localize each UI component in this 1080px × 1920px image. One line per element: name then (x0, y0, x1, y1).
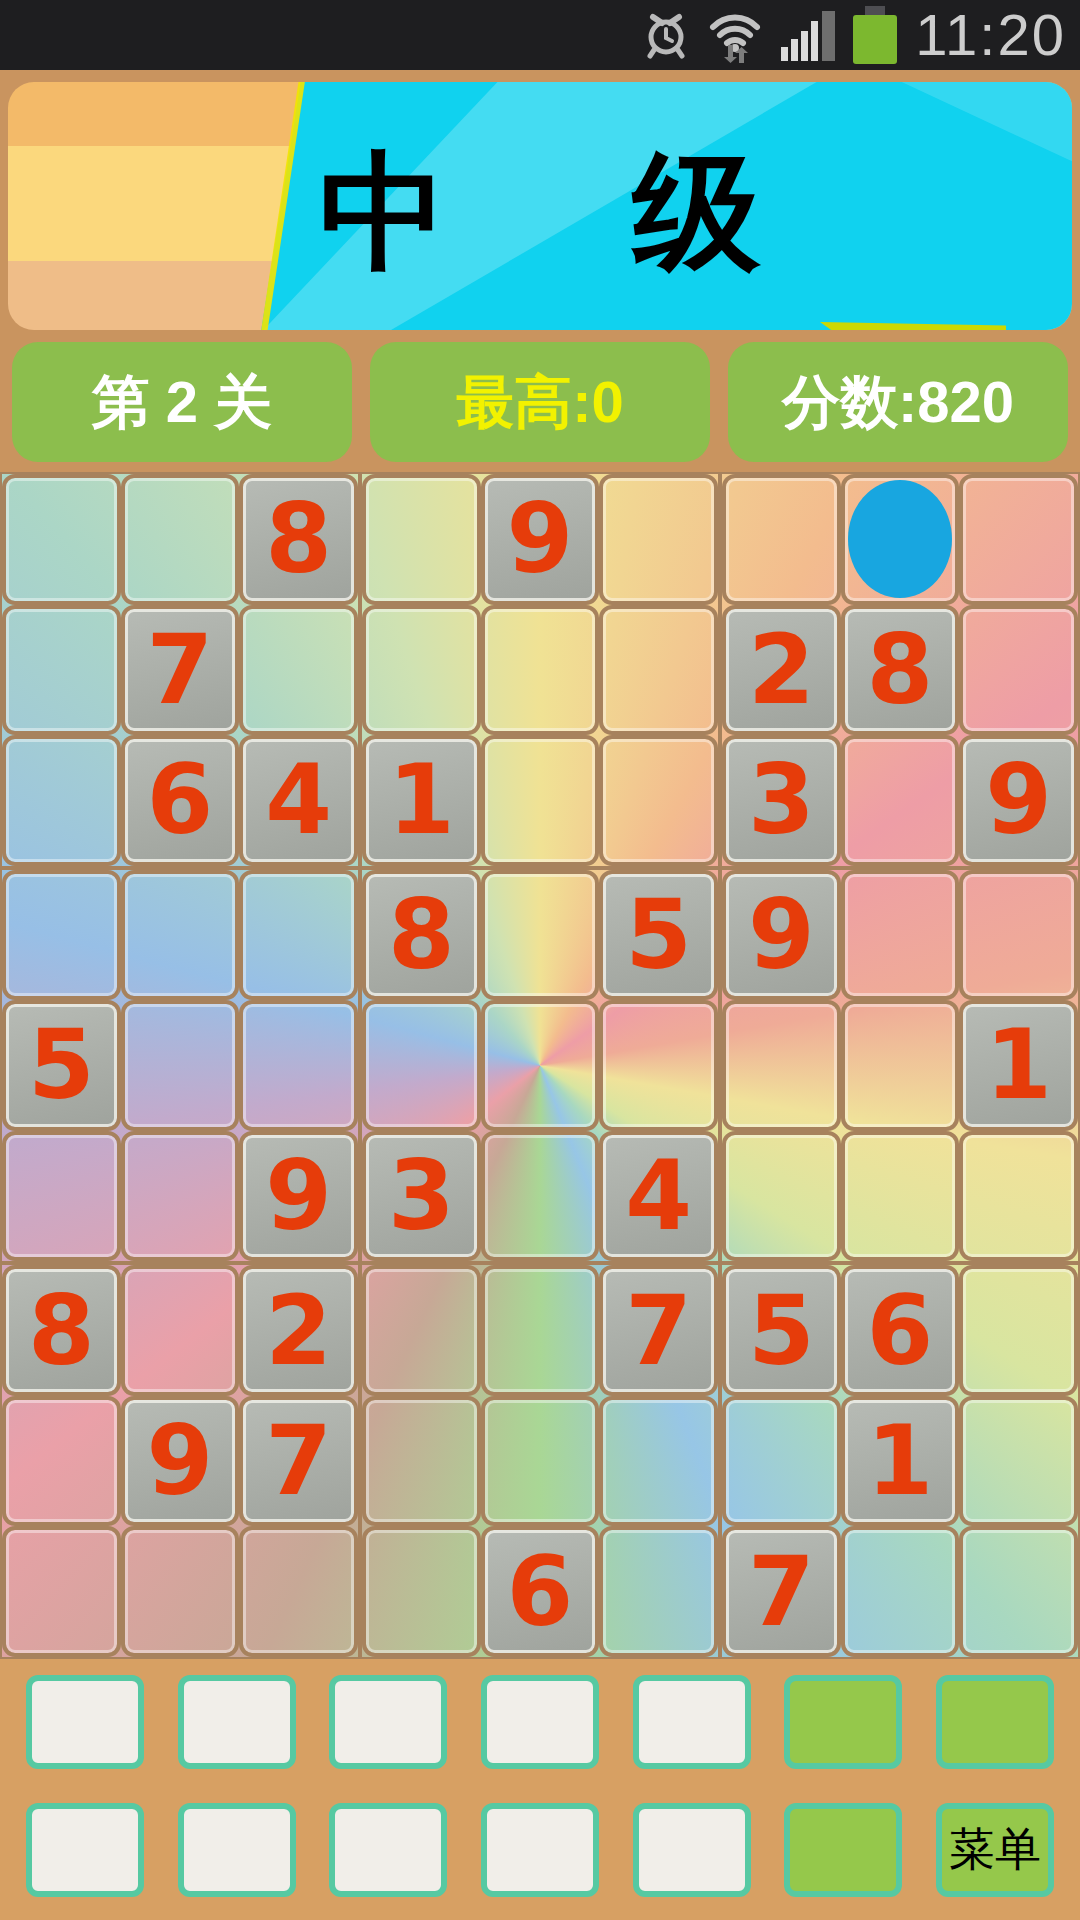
cell-number: 6 (147, 752, 214, 848)
pad-button-12[interactable] (633, 1803, 751, 1897)
cell-r1c1[interactable] (2, 474, 121, 605)
cell-number: 7 (265, 1413, 332, 1509)
cell-r8c4[interactable] (362, 1396, 481, 1527)
wifi-icon (707, 7, 763, 63)
best-score-indicator: 最高:0 (370, 342, 710, 462)
cell-number: 9 (985, 752, 1052, 848)
cell-r8c3[interactable]: 7 (239, 1396, 358, 1527)
cell-r1c5[interactable]: 9 (481, 474, 600, 605)
cell-r8c2[interactable]: 9 (121, 1396, 240, 1527)
cell-r9c4[interactable] (362, 1526, 481, 1657)
status-bar: 11:20 (0, 0, 1080, 70)
pad-button-13[interactable] (784, 1803, 902, 1897)
cell-r4c1[interactable] (2, 870, 121, 1001)
cell-number: 1 (867, 1413, 934, 1509)
cell-r5c8[interactable] (841, 1000, 960, 1131)
box-5: 8534 (360, 868, 720, 1264)
cell-number: 5 (748, 1283, 815, 1379)
box-7: 8297 (0, 1263, 360, 1659)
cell-r4c4[interactable]: 8 (362, 870, 481, 1001)
pad-row2: 菜单 (26, 1803, 1054, 1897)
cell-r4c9[interactable] (959, 870, 1078, 1001)
cell-number: 3 (748, 752, 815, 848)
box-9: 5617 (720, 1263, 1080, 1659)
cell-r4c3[interactable] (239, 870, 358, 1001)
cell-r6c8[interactable] (841, 1131, 960, 1262)
cell-r5c3[interactable] (239, 1000, 358, 1131)
cell-number: 6 (507, 1544, 574, 1640)
cell-r9c7[interactable]: 7 (722, 1526, 841, 1657)
sudoku-board: 8764912839598534918297765617 (0, 472, 1080, 1659)
cell-r8c5[interactable] (481, 1396, 600, 1527)
pad-button-11[interactable] (481, 1803, 599, 1897)
cell-number: 4 (265, 752, 332, 848)
cell-number: 5 (625, 887, 692, 983)
cell-number: 2 (265, 1283, 332, 1379)
box-8: 76 (360, 1263, 720, 1659)
level-indicator: 第 2 关 (12, 342, 352, 462)
cell-number: 6 (867, 1283, 934, 1379)
cell-r8c1[interactable] (2, 1396, 121, 1527)
cell-r9c1[interactable] (2, 1526, 121, 1657)
cell-number: 9 (507, 491, 574, 587)
cell-r9c2[interactable] (121, 1526, 240, 1657)
cell-r7c5[interactable] (481, 1265, 600, 1396)
box-3: 2839 (720, 472, 1080, 868)
pad-button-9[interactable] (178, 1803, 296, 1897)
cell-r7c8[interactable]: 6 (841, 1265, 960, 1396)
cell-r1c3[interactable]: 8 (239, 474, 358, 605)
cell-number: 7 (625, 1283, 692, 1379)
cell-number: 3 (388, 1148, 455, 1244)
pad-button-1[interactable] (26, 1675, 144, 1769)
cell-r7c7[interactable]: 5 (722, 1265, 841, 1396)
cell-number: 9 (265, 1148, 332, 1244)
cell-r7c6[interactable]: 7 (599, 1265, 718, 1396)
pad-button-6[interactable] (784, 1675, 902, 1769)
cell-r4c2[interactable] (121, 870, 240, 1001)
cell-r9c5[interactable]: 6 (481, 1526, 600, 1657)
cell-r2c4[interactable] (362, 605, 481, 736)
cell-number: 8 (28, 1283, 95, 1379)
cell-r7c1[interactable]: 8 (2, 1265, 121, 1396)
cell-r1c4[interactable] (362, 474, 481, 605)
cell-r5c7[interactable] (722, 1000, 841, 1131)
cell-number: 1 (388, 752, 455, 848)
level-title: 中 级 (8, 82, 1072, 330)
cell-number: 7 (147, 622, 214, 718)
box-2: 91 (360, 472, 720, 868)
signal-icon (781, 9, 835, 61)
cell-r7c2[interactable] (121, 1265, 240, 1396)
cell-r8c6[interactable] (599, 1396, 718, 1527)
cell-r1c2[interactable] (121, 474, 240, 605)
pad-button-8[interactable] (26, 1803, 144, 1897)
box-4: 59 (0, 868, 360, 1264)
alarm-icon (643, 10, 689, 60)
cell-r6c2[interactable] (121, 1131, 240, 1262)
cell-r9c8[interactable] (841, 1526, 960, 1657)
status-time: 11:20 (915, 6, 1066, 64)
pad-button-5[interactable] (633, 1675, 751, 1769)
cell-r3c8[interactable] (841, 735, 960, 866)
cell-r1c8[interactable] (841, 474, 960, 605)
cell-r4c8[interactable] (841, 870, 960, 1001)
cell-r1c6[interactable] (599, 474, 718, 605)
cell-number: 5 (28, 1017, 95, 1113)
cell-r4c6[interactable]: 5 (599, 870, 718, 1001)
cell-r6c3[interactable]: 9 (239, 1131, 358, 1262)
box-1: 8764 (0, 472, 360, 868)
level-banner: 中 级 (8, 82, 1072, 330)
cell-r8c9[interactable] (959, 1396, 1078, 1527)
cell-r2c3[interactable] (239, 605, 358, 736)
cell-number: 8 (388, 887, 455, 983)
cell-r1c9[interactable] (959, 474, 1078, 605)
cell-r2c7[interactable]: 2 (722, 605, 841, 736)
cell-r5c2[interactable] (121, 1000, 240, 1131)
bottom-pad: 菜单 (0, 1659, 1080, 1920)
cell-r6c7[interactable] (722, 1131, 841, 1262)
battery-icon (853, 6, 897, 64)
cell-number: 9 (147, 1413, 214, 1509)
cell-r4c5[interactable] (481, 870, 600, 1001)
cell-r3c4[interactable]: 1 (362, 735, 481, 866)
selected-cell-marker (848, 480, 952, 598)
cell-r3c6[interactable] (599, 735, 718, 866)
cell-number: 1 (985, 1017, 1052, 1113)
cell-r3c5[interactable] (481, 735, 600, 866)
cell-r6c1[interactable] (2, 1131, 121, 1262)
score-indicator: 分数:820 (728, 342, 1068, 462)
cell-r8c7[interactable] (722, 1396, 841, 1527)
cell-r6c4[interactable]: 3 (362, 1131, 481, 1262)
cell-r4c7[interactable]: 9 (722, 870, 841, 1001)
cell-number: 9 (748, 887, 815, 983)
cell-r3c3[interactable]: 4 (239, 735, 358, 866)
cell-r3c1[interactable] (2, 735, 121, 866)
pad-button-2[interactable] (178, 1675, 296, 1769)
cell-number: 2 (748, 622, 815, 718)
cell-r9c9[interactable] (959, 1526, 1078, 1657)
cell-r3c7[interactable]: 3 (722, 735, 841, 866)
cell-r6c6[interactable]: 4 (599, 1131, 718, 1262)
cell-r6c5[interactable] (481, 1131, 600, 1262)
cell-number: 8 (867, 622, 934, 718)
cell-r1c7[interactable] (722, 474, 841, 605)
box-6: 91 (720, 868, 1080, 1264)
cell-r2c8[interactable]: 8 (841, 605, 960, 736)
cell-r7c3[interactable]: 2 (239, 1265, 358, 1396)
cell-r6c9[interactable] (959, 1131, 1078, 1262)
menu-button[interactable]: 菜单 (936, 1803, 1054, 1897)
info-bar: 第 2 关 最高:0 分数:820 (12, 342, 1068, 462)
pad-button-4[interactable] (481, 1675, 599, 1769)
cell-number: 8 (265, 491, 332, 587)
cell-r3c2[interactable]: 6 (121, 735, 240, 866)
cell-r2c9[interactable] (959, 605, 1078, 736)
cell-r2c2[interactable]: 7 (121, 605, 240, 736)
cell-r2c5[interactable] (481, 605, 600, 736)
cell-r5c9[interactable]: 1 (959, 1000, 1078, 1131)
cell-r9c3[interactable] (239, 1526, 358, 1657)
cell-r3c9[interactable]: 9 (959, 735, 1078, 866)
cell-number: 4 (625, 1148, 692, 1244)
cell-r7c4[interactable] (362, 1265, 481, 1396)
pad-button-3[interactable] (329, 1675, 447, 1769)
cell-number: 7 (748, 1544, 815, 1640)
cell-r2c1[interactable] (2, 605, 121, 736)
pad-button-10[interactable] (329, 1803, 447, 1897)
cell-r2c6[interactable] (599, 605, 718, 736)
cell-r9c6[interactable] (599, 1526, 718, 1657)
cell-r7c9[interactable] (959, 1265, 1078, 1396)
cell-r5c5[interactable] (481, 1000, 600, 1131)
cell-r5c1[interactable]: 5 (2, 1000, 121, 1131)
cell-r5c6[interactable] (599, 1000, 718, 1131)
pad-row1 (26, 1675, 1054, 1769)
cell-r5c4[interactable] (362, 1000, 481, 1131)
cell-r8c8[interactable]: 1 (841, 1396, 960, 1527)
pad-button-7[interactable] (936, 1675, 1054, 1769)
